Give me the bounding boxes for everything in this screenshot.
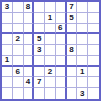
cell-r5c5[interactable] [45, 45, 56, 56]
cell-r8c9[interactable] [88, 77, 99, 88]
cell-r3c1[interactable] [2, 24, 13, 35]
cell-r7c6[interactable] [56, 67, 67, 78]
cell-r4c6[interactable] [56, 34, 67, 45]
cell-r7c3[interactable] [24, 67, 35, 78]
cell-r2c4[interactable] [34, 13, 45, 24]
cell-r9c8: 3 [77, 88, 88, 99]
cell-r2c6[interactable] [56, 13, 67, 24]
cell-r7c7[interactable] [67, 67, 78, 78]
cell-r6c2[interactable] [13, 56, 24, 67]
cell-r2c8[interactable] [77, 13, 88, 24]
cell-r1c3: 8 [24, 2, 35, 13]
cell-r7c2: 6 [13, 67, 24, 78]
sudoku-board: 38715625381621473 [0, 0, 101, 101]
cell-r3c9[interactable] [88, 24, 99, 35]
cell-r1c4[interactable] [34, 2, 45, 13]
cell-r1c9[interactable] [88, 2, 99, 13]
cell-r9c7[interactable] [67, 88, 78, 99]
cell-r4c8[interactable] [77, 34, 88, 45]
cell-r9c5[interactable] [45, 88, 56, 99]
cell-r3c8[interactable] [77, 24, 88, 35]
cell-r5c3[interactable] [24, 45, 35, 56]
cell-r3c4[interactable] [34, 24, 45, 35]
cell-r6c8[interactable] [77, 56, 88, 67]
cell-r6c5[interactable] [45, 56, 56, 67]
cell-r4c7[interactable] [67, 34, 78, 45]
cell-r4c4: 5 [34, 34, 45, 45]
cell-r9c2[interactable] [13, 88, 24, 99]
cell-r3c5[interactable] [45, 24, 56, 35]
cell-r6c3[interactable] [24, 56, 35, 67]
cell-r9c1[interactable] [2, 88, 13, 99]
cell-r3c6: 6 [56, 24, 67, 35]
cell-r5c8[interactable] [77, 45, 88, 56]
cell-r2c7: 5 [67, 13, 78, 24]
cell-r5c7: 8 [67, 45, 78, 56]
cell-r6c6[interactable] [56, 56, 67, 67]
cell-r2c5: 1 [45, 13, 56, 24]
cell-r8c3: 4 [24, 77, 35, 88]
cell-r3c7[interactable] [67, 24, 78, 35]
cell-r1c8[interactable] [77, 2, 88, 13]
cell-r8c5[interactable] [45, 77, 56, 88]
cell-r6c9[interactable] [88, 56, 99, 67]
cell-r5c2[interactable] [13, 45, 24, 56]
cell-r7c9[interactable] [88, 67, 99, 78]
cell-r6c1: 1 [2, 56, 13, 67]
cell-r9c9[interactable] [88, 88, 99, 99]
cell-r8c4: 7 [34, 77, 45, 88]
cell-r3c2[interactable] [13, 24, 24, 35]
cell-r4c5[interactable] [45, 34, 56, 45]
cell-r1c2[interactable] [13, 2, 24, 13]
cell-r7c4[interactable] [34, 67, 45, 78]
cell-r9c3[interactable] [24, 88, 35, 99]
cell-r5c4: 3 [34, 45, 45, 56]
cell-r4c3[interactable] [24, 34, 35, 45]
cell-r1c5[interactable] [45, 2, 56, 13]
cell-r1c1: 3 [2, 2, 13, 13]
cell-r1c7: 7 [67, 2, 78, 13]
cell-r4c9[interactable] [88, 34, 99, 45]
cell-r8c1[interactable] [2, 77, 13, 88]
cell-r6c4[interactable] [34, 56, 45, 67]
cell-r6c7[interactable] [67, 56, 78, 67]
cell-r2c2[interactable] [13, 13, 24, 24]
cell-r8c7[interactable] [67, 77, 78, 88]
cell-r2c3[interactable] [24, 13, 35, 24]
cell-r2c9[interactable] [88, 13, 99, 24]
cell-r8c8[interactable] [77, 77, 88, 88]
cell-r5c9[interactable] [88, 45, 99, 56]
cell-r8c2[interactable] [13, 77, 24, 88]
cell-r7c5: 2 [45, 67, 56, 78]
cell-r5c6[interactable] [56, 45, 67, 56]
cell-r2c1[interactable] [2, 13, 13, 24]
cell-r5c1[interactable] [2, 45, 13, 56]
cell-r4c2: 2 [13, 34, 24, 45]
cell-r4c1[interactable] [2, 34, 13, 45]
cell-r9c6[interactable] [56, 88, 67, 99]
cell-r7c8: 1 [77, 67, 88, 78]
cell-r1c6[interactable] [56, 2, 67, 13]
cell-r7c1[interactable] [2, 67, 13, 78]
cell-r9c4[interactable] [34, 88, 45, 99]
cell-r8c6[interactable] [56, 77, 67, 88]
cell-r3c3[interactable] [24, 24, 35, 35]
